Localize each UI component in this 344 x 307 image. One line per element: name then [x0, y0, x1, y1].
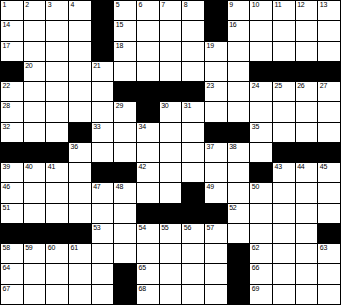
- grid-cell-r15c10[interactable]: [205, 285, 227, 304]
- grid-cell-r2c2[interactable]: [24, 21, 46, 40]
- grid-cell-r8c5[interactable]: [92, 143, 114, 162]
- grid-cell-r9c4[interactable]: [69, 163, 91, 182]
- grid-cell-r12c12[interactable]: [250, 224, 272, 243]
- grid-cell-r11c1[interactable]: 51: [1, 204, 23, 223]
- clue-number-65: 65: [138, 264, 145, 272]
- grid-cell-r2c4[interactable]: [69, 21, 91, 40]
- grid-cell-r13c4[interactable]: 61: [69, 244, 91, 263]
- grid-cell-r1c1[interactable]: 1: [1, 1, 23, 20]
- grid-cell-r1c2[interactable]: 2: [24, 1, 46, 20]
- grid-cell-r5c2[interactable]: [24, 82, 46, 101]
- grid-cell-r7c7[interactable]: 34: [137, 123, 159, 142]
- grid-cell-r2c9[interactable]: [182, 21, 204, 40]
- clue-number-64: 64: [3, 264, 10, 272]
- grid-cell-r13c8[interactable]: [160, 244, 182, 263]
- black-cell-r5c6: [114, 82, 136, 101]
- grid-cell-r1c8[interactable]: 7: [160, 1, 182, 20]
- clue-number-30: 30: [161, 102, 168, 110]
- black-cell-r8c2: [24, 143, 46, 162]
- grid-cell-r6c5[interactable]: [92, 102, 114, 121]
- grid-cell-r6c15[interactable]: [318, 102, 340, 121]
- clue-number-15: 15: [116, 21, 123, 29]
- grid-cell-r5c3[interactable]: [46, 82, 68, 101]
- grid-cell-r15c12[interactable]: 69: [250, 285, 272, 304]
- grid-cell-r4c11[interactable]: [228, 62, 250, 81]
- grid-cell-r1c11[interactable]: 9: [228, 1, 250, 20]
- grid-cell-r4c6[interactable]: [114, 62, 136, 81]
- grid-cell-r12c9[interactable]: 56: [182, 224, 204, 243]
- grid-cell-r1c13[interactable]: 11: [273, 1, 295, 20]
- grid-cell-r6c6[interactable]: 29: [114, 102, 136, 121]
- clue-number-66: 66: [252, 264, 259, 272]
- clue-number-40: 40: [25, 163, 32, 171]
- grid-cell-r9c7[interactable]: 42: [137, 163, 159, 182]
- clue-number-54: 54: [138, 224, 145, 232]
- clue-number-46: 46: [3, 183, 10, 191]
- grid-cell-r13c15[interactable]: 63: [318, 244, 340, 263]
- grid-cell-r14c4[interactable]: [69, 264, 91, 283]
- clue-number-49: 49: [206, 183, 213, 191]
- grid-cell-r2c13[interactable]: [273, 21, 295, 40]
- grid-cell-r2c8[interactable]: [160, 21, 182, 40]
- black-cell-r5c7: [137, 82, 159, 101]
- clue-number-45: 45: [320, 163, 327, 171]
- grid-cell-r13c1[interactable]: 58: [1, 244, 23, 263]
- grid-cell-r15c5[interactable]: [92, 285, 114, 304]
- grid-cell-r5c14[interactable]: 26: [296, 82, 318, 101]
- grid-cell-r2c12[interactable]: [250, 21, 272, 40]
- grid-cell-r3c6[interactable]: 18: [114, 42, 136, 61]
- grid-cell-r8c8[interactable]: [160, 143, 182, 162]
- grid-cell-r12c6[interactable]: [114, 224, 136, 243]
- grid-cell-r10c10[interactable]: 49: [205, 183, 227, 202]
- grid-cell-r14c1[interactable]: 64: [1, 264, 23, 283]
- clue-number-67: 67: [3, 285, 10, 293]
- black-cell-r8c14: [296, 143, 318, 162]
- grid-cell-r4c7[interactable]: [137, 62, 159, 81]
- grid-cell-r15c3[interactable]: [46, 285, 68, 304]
- grid-cell-r6c13[interactable]: [273, 102, 295, 121]
- grid-cell-r15c2[interactable]: [24, 285, 46, 304]
- grid-cell-r6c3[interactable]: [46, 102, 68, 121]
- clue-number-18: 18: [116, 42, 123, 50]
- grid-cell-r6c10[interactable]: [205, 102, 227, 121]
- grid-cell-r1c12[interactable]: 10: [250, 1, 272, 20]
- clue-number-16: 16: [229, 21, 236, 29]
- grid-cell-r6c12[interactable]: [250, 102, 272, 121]
- grid-cell-r12c8[interactable]: 55: [160, 224, 182, 243]
- grid-cell-r8c9[interactable]: [182, 143, 204, 162]
- grid-cell-r11c2[interactable]: [24, 204, 46, 223]
- grid-cell-r12c5[interactable]: 53: [92, 224, 114, 243]
- clue-number-26: 26: [297, 82, 304, 90]
- grid-cell-r4c9[interactable]: [182, 62, 204, 81]
- clue-number-41: 41: [48, 163, 55, 171]
- grid-cell-r10c3[interactable]: [46, 183, 68, 202]
- clue-number-33: 33: [93, 123, 100, 131]
- grid-cell-r11c12[interactable]: [250, 204, 272, 223]
- grid-cell-r14c3[interactable]: [46, 264, 68, 283]
- black-cell-r15c6: [114, 285, 136, 304]
- clue-number-59: 59: [25, 244, 32, 252]
- clue-number-25: 25: [274, 82, 281, 90]
- clue-number-62: 62: [252, 244, 259, 252]
- black-cell-r3c5: [92, 42, 114, 61]
- grid-cell-r15c7[interactable]: 68: [137, 285, 159, 304]
- clue-number-4: 4: [70, 1, 74, 9]
- grid-cell-r5c13[interactable]: 25: [273, 82, 295, 101]
- grid-cell-r12c14[interactable]: [296, 224, 318, 243]
- black-cell-r10c9: [182, 183, 204, 202]
- clue-number-60: 60: [48, 244, 55, 252]
- clue-number-20: 20: [25, 62, 32, 70]
- grid-cell-r6c11[interactable]: [228, 102, 250, 121]
- grid-cell-r9c8[interactable]: [160, 163, 182, 182]
- black-cell-r2c5: [92, 21, 114, 40]
- clue-number-3: 3: [48, 1, 52, 9]
- grid-cell-r1c4[interactable]: 4: [69, 1, 91, 20]
- grid-cell-r6c9[interactable]: 31: [182, 102, 204, 121]
- grid-cell-r10c7[interactable]: [137, 183, 159, 202]
- clue-number-23: 23: [206, 82, 213, 90]
- grid-cell-r14c10[interactable]: [205, 264, 227, 283]
- grid-cell-r9c9[interactable]: [182, 163, 204, 182]
- grid-cell-r2c14[interactable]: [296, 21, 318, 40]
- grid-cell-r14c12[interactable]: 66: [250, 264, 272, 283]
- grid-cell-r13c13[interactable]: [273, 244, 295, 263]
- clue-number-21: 21: [93, 62, 100, 70]
- grid-cell-r14c8[interactable]: [160, 264, 182, 283]
- black-cell-r9c12: [250, 163, 272, 182]
- grid-cell-r3c1[interactable]: 17: [1, 42, 23, 61]
- grid-cell-r2c1[interactable]: 14: [1, 21, 23, 40]
- black-cell-r8c3: [46, 143, 68, 162]
- clue-number-9: 9: [229, 1, 233, 9]
- grid-cell-r11c11[interactable]: 52: [228, 204, 250, 223]
- grid-cell-r3c8[interactable]: [160, 42, 182, 61]
- grid-cell-r14c5[interactable]: [92, 264, 114, 283]
- grid-cell-r10c15[interactable]: [318, 183, 340, 202]
- clue-number-12: 12: [297, 1, 304, 9]
- grid-cell-r1c9[interactable]: 8: [182, 1, 204, 20]
- grid-cell-r14c7[interactable]: 65: [137, 264, 159, 283]
- grid-cell-r1c7[interactable]: 6: [137, 1, 159, 20]
- clue-number-10: 10: [252, 1, 259, 9]
- black-cell-r14c6: [114, 264, 136, 283]
- black-cell-r12c2: [24, 224, 46, 243]
- clue-number-11: 11: [274, 1, 281, 9]
- black-cell-r2c10: [205, 21, 227, 40]
- grid-cell-r13c9[interactable]: [182, 244, 204, 263]
- grid-cell-r11c3[interactable]: [46, 204, 68, 223]
- grid-cell-r12c10[interactable]: 57: [205, 224, 227, 243]
- black-cell-r1c10: [205, 1, 227, 20]
- grid-cell-r3c4[interactable]: [69, 42, 91, 61]
- clue-number-32: 32: [3, 123, 10, 131]
- grid-cell-r3c2[interactable]: [24, 42, 46, 61]
- grid-cell-r7c6[interactable]: [114, 123, 136, 142]
- clue-number-38: 38: [229, 143, 236, 151]
- grid-cell-r8c11[interactable]: 38: [228, 143, 250, 162]
- grid-cell-r15c1[interactable]: 67: [1, 285, 23, 304]
- clue-number-34: 34: [138, 123, 145, 131]
- grid-cell-r5c11[interactable]: [228, 82, 250, 101]
- grid-cell-r10c5[interactable]: 47: [92, 183, 114, 202]
- grid-cell-r7c5[interactable]: 33: [92, 123, 114, 142]
- grid-cell-r5c10[interactable]: 23: [205, 82, 227, 101]
- grid-cell-r9c2[interactable]: 40: [24, 163, 46, 182]
- grid-cell-r10c2[interactable]: [24, 183, 46, 202]
- grid-cell-r12c7[interactable]: 54: [137, 224, 159, 243]
- grid-cell-r9c11[interactable]: [228, 163, 250, 182]
- grid-cell-r7c15[interactable]: [318, 123, 340, 142]
- grid-cell-r14c13[interactable]: [273, 264, 295, 283]
- grid-cell-r5c5[interactable]: [92, 82, 114, 101]
- grid-cell-r3c15[interactable]: [318, 42, 340, 61]
- clue-number-61: 61: [70, 244, 77, 252]
- black-cell-r12c1: [1, 224, 23, 243]
- grid-cell-r12c13[interactable]: [273, 224, 295, 243]
- grid-cell-r6c2[interactable]: [24, 102, 46, 121]
- clue-number-27: 27: [320, 82, 327, 90]
- black-cell-r4c15: [318, 62, 340, 81]
- clue-number-13: 13: [320, 1, 327, 9]
- black-cell-r11c7: [137, 204, 159, 223]
- grid-cell-r13c14[interactable]: [296, 244, 318, 263]
- grid-cell-r13c6[interactable]: [114, 244, 136, 263]
- clue-number-31: 31: [184, 102, 191, 110]
- crossword-page: 1234567891011121314151617181920212223242…: [0, 0, 344, 307]
- clue-number-56: 56: [184, 224, 191, 232]
- grid-cell-r13c2[interactable]: 59: [24, 244, 46, 263]
- clue-number-1: 1: [3, 1, 7, 9]
- clue-number-57: 57: [206, 224, 213, 232]
- clue-number-7: 7: [161, 1, 165, 9]
- grid-cell-r2c15[interactable]: [318, 21, 340, 40]
- grid-cell-r1c6[interactable]: 5: [114, 1, 136, 20]
- grid-cell-r3c14[interactable]: [296, 42, 318, 61]
- grid-cell-r5c1[interactable]: 22: [1, 82, 23, 101]
- grid-cell-r6c1[interactable]: 28: [1, 102, 23, 121]
- grid-cell-r3c7[interactable]: [137, 42, 159, 61]
- grid-cell-r6c4[interactable]: [69, 102, 91, 121]
- grid-cell-r7c14[interactable]: [296, 123, 318, 142]
- grid-cell-r9c1[interactable]: 39: [1, 163, 23, 182]
- grid-cell-r9c3[interactable]: 41: [46, 163, 68, 182]
- grid-cell-r7c9[interactable]: [182, 123, 204, 142]
- grid-cell-r8c6[interactable]: [114, 143, 136, 162]
- grid-cell-r2c6[interactable]: 15: [114, 21, 136, 40]
- clue-number-19: 19: [206, 42, 213, 50]
- black-cell-r8c15: [318, 143, 340, 162]
- grid-cell-r7c13[interactable]: [273, 123, 295, 142]
- clue-number-2: 2: [25, 1, 29, 9]
- clue-number-22: 22: [3, 82, 10, 90]
- black-cell-r4c1: [1, 62, 23, 81]
- grid-cell-r14c15[interactable]: [318, 264, 340, 283]
- black-cell-r5c9: [182, 82, 204, 101]
- grid-cell-r5c12[interactable]: 24: [250, 82, 272, 101]
- grid-cell-r3c3[interactable]: [46, 42, 68, 61]
- grid-cell-r4c10[interactable]: [205, 62, 227, 81]
- grid-cell-r8c12[interactable]: [250, 143, 272, 162]
- grid-cell-r7c3[interactable]: [46, 123, 68, 142]
- clue-number-14: 14: [3, 21, 10, 29]
- grid-cell-r5c15[interactable]: 27: [318, 82, 340, 101]
- grid-cell-r15c14[interactable]: [296, 285, 318, 304]
- clue-number-47: 47: [93, 183, 100, 191]
- grid-cell-r3c9[interactable]: [182, 42, 204, 61]
- crossword-board: 1234567891011121314151617181920212223242…: [0, 0, 341, 305]
- clue-number-63: 63: [320, 244, 327, 252]
- clue-number-50: 50: [252, 183, 259, 191]
- clue-number-68: 68: [138, 285, 145, 293]
- grid-cell-r10c1[interactable]: 46: [1, 183, 23, 202]
- grid-cell-r8c7[interactable]: [137, 143, 159, 162]
- grid-cell-r3c13[interactable]: [273, 42, 295, 61]
- grid-cell-r11c13[interactable]: [273, 204, 295, 223]
- grid-cell-r2c11[interactable]: 16: [228, 21, 250, 40]
- black-cell-r15c11: [228, 285, 250, 304]
- black-cell-r12c3: [46, 224, 68, 243]
- grid-cell-r13c12[interactable]: 62: [250, 244, 272, 263]
- black-cell-r8c13: [273, 143, 295, 162]
- grid-cell-r13c5[interactable]: [92, 244, 114, 263]
- clue-number-43: 43: [274, 163, 281, 171]
- grid-cell-r9c14[interactable]: 44: [296, 163, 318, 182]
- clue-number-55: 55: [161, 224, 168, 232]
- grid-cell-r14c14[interactable]: [296, 264, 318, 283]
- black-cell-r7c4: [69, 123, 91, 142]
- grid-cell-r3c12[interactable]: [250, 42, 272, 61]
- clue-number-53: 53: [93, 224, 100, 232]
- black-cell-r7c10: [205, 123, 227, 142]
- clue-number-39: 39: [3, 163, 10, 171]
- clue-number-51: 51: [3, 204, 10, 212]
- grid-cell-r5c4[interactable]: [69, 82, 91, 101]
- black-cell-r5c8: [160, 82, 182, 101]
- black-cell-r11c10: [205, 204, 227, 223]
- grid-cell-r9c10[interactable]: [205, 163, 227, 182]
- grid-cell-r1c14[interactable]: 12: [296, 1, 318, 20]
- grid-cell-r10c11[interactable]: [228, 183, 250, 202]
- clue-number-6: 6: [138, 1, 142, 9]
- black-cell-r1c5: [92, 1, 114, 20]
- clue-number-52: 52: [229, 204, 236, 212]
- grid-cell-r1c15[interactable]: 13: [318, 1, 340, 20]
- grid-cell-r4c4[interactable]: [69, 62, 91, 81]
- grid-cell-r7c2[interactable]: [24, 123, 46, 142]
- clue-number-36: 36: [70, 143, 77, 151]
- grid-cell-r4c5[interactable]: 21: [92, 62, 114, 81]
- black-cell-r4c14: [296, 62, 318, 81]
- grid-cell-r7c8[interactable]: [160, 123, 182, 142]
- black-cell-r12c15: [318, 224, 340, 243]
- grid-cell-r4c8[interactable]: [160, 62, 182, 81]
- grid-cell-r10c6[interactable]: 48: [114, 183, 136, 202]
- clue-number-37: 37: [206, 143, 213, 151]
- black-cell-r11c9: [182, 204, 204, 223]
- grid-cell-r10c8[interactable]: [160, 183, 182, 202]
- grid-cell-r6c8[interactable]: 30: [160, 102, 182, 121]
- clue-number-44: 44: [297, 163, 304, 171]
- grid-cell-r14c2[interactable]: [24, 264, 46, 283]
- grid-cell-r9c13[interactable]: 43: [273, 163, 295, 182]
- grid-cell-r15c8[interactable]: [160, 285, 182, 304]
- grid-cell-r6c14[interactable]: [296, 102, 318, 121]
- grid-cell-r11c4[interactable]: [69, 204, 91, 223]
- grid-cell-r11c15[interactable]: [318, 204, 340, 223]
- black-cell-r9c5: [92, 163, 114, 182]
- grid-cell-r8c10[interactable]: 37: [205, 143, 227, 162]
- grid-cell-r7c12[interactable]: 35: [250, 123, 272, 142]
- grid-cell-r4c3[interactable]: [46, 62, 68, 81]
- grid-cell-r12c11[interactable]: [228, 224, 250, 243]
- grid-cell-r2c7[interactable]: [137, 21, 159, 40]
- grid-cell-r4c2[interactable]: 20: [24, 62, 46, 81]
- grid-cell-r11c6[interactable]: [114, 204, 136, 223]
- grid-cell-r11c5[interactable]: [92, 204, 114, 223]
- black-cell-r4c13: [273, 62, 295, 81]
- clue-number-42: 42: [138, 163, 145, 171]
- grid-cell-r13c3[interactable]: 60: [46, 244, 68, 263]
- grid-cell-r15c9[interactable]: [182, 285, 204, 304]
- black-cell-r14c11: [228, 264, 250, 283]
- black-cell-r12c4: [69, 224, 91, 243]
- black-cell-r8c1: [1, 143, 23, 162]
- clue-number-29: 29: [116, 102, 123, 110]
- grid-cell-r13c7[interactable]: [137, 244, 159, 263]
- grid-cell-r9c15[interactable]: 45: [318, 163, 340, 182]
- black-cell-r7c11: [228, 123, 250, 142]
- clue-number-69: 69: [252, 285, 259, 293]
- grid-cell-r3c10[interactable]: 19: [205, 42, 227, 61]
- grid-cell-r11c14[interactable]: [296, 204, 318, 223]
- grid-cell-r14c9[interactable]: [182, 264, 204, 283]
- grid-cell-r3c11[interactable]: [228, 42, 250, 61]
- grid-cell-r15c15[interactable]: [318, 285, 340, 304]
- black-cell-r11c8: [160, 204, 182, 223]
- grid-cell-r10c4[interactable]: [69, 183, 91, 202]
- grid-cell-r1c3[interactable]: 3: [46, 1, 68, 20]
- grid-cell-r15c4[interactable]: [69, 285, 91, 304]
- black-cell-r6c7: [137, 102, 159, 121]
- black-cell-r13c11: [228, 244, 250, 263]
- clue-number-24: 24: [252, 82, 259, 90]
- black-cell-r9c6: [114, 163, 136, 182]
- black-cell-r4c12: [250, 62, 272, 81]
- clue-number-8: 8: [184, 1, 188, 9]
- clue-number-58: 58: [3, 244, 10, 252]
- grid-cell-r10c13[interactable]: [273, 183, 295, 202]
- clue-number-28: 28: [3, 102, 10, 110]
- grid-cell-r2c3[interactable]: [46, 21, 68, 40]
- grid-cell-r13c10[interactable]: [205, 244, 227, 263]
- clue-number-35: 35: [252, 123, 259, 131]
- grid-cell-r15c13[interactable]: [273, 285, 295, 304]
- grid-cell-r8c4[interactable]: 36: [69, 143, 91, 162]
- grid-cell-r10c12[interactable]: 50: [250, 183, 272, 202]
- clue-number-48: 48: [116, 183, 123, 191]
- clue-number-5: 5: [116, 1, 120, 9]
- grid-cell-r10c14[interactable]: [296, 183, 318, 202]
- grid-cell-r7c1[interactable]: 32: [1, 123, 23, 142]
- clue-number-17: 17: [3, 42, 10, 50]
